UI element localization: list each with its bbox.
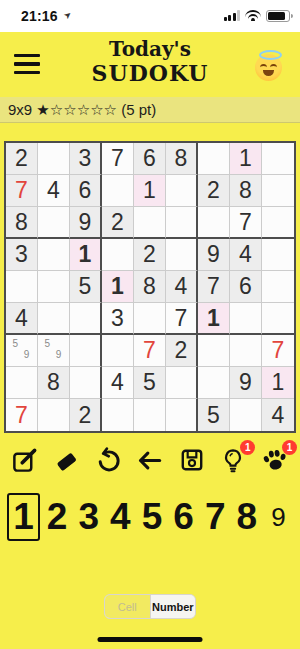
cell-r7c1[interactable]: 59 — [6, 335, 38, 367]
number-key-6[interactable]: 6 — [169, 494, 198, 540]
cell-r2c3[interactable]: 6 — [70, 175, 102, 207]
back-arrow-icon — [136, 447, 163, 474]
cell-r6c8[interactable] — [230, 303, 262, 335]
undo-button[interactable] — [93, 445, 123, 475]
cell-r2c8[interactable]: 8 — [230, 175, 262, 207]
cell-r2c4[interactable] — [102, 175, 134, 207]
cell-r2c6[interactable] — [166, 175, 198, 207]
compose-icon — [11, 447, 38, 474]
eraser-button[interactable] — [52, 445, 82, 475]
cell-r8c7[interactable] — [198, 367, 230, 399]
cell-r7c8[interactable] — [230, 335, 262, 367]
difficulty-bar: 9x9 ★☆☆☆☆☆ (5 pt) — [0, 97, 300, 123]
cell-r5c6[interactable]: 4 — [166, 271, 198, 303]
cell-r7c5[interactable]: 7 — [134, 335, 166, 367]
cell-r4c2[interactable] — [38, 239, 70, 271]
number-key-8[interactable]: 8 — [232, 494, 261, 540]
cell-r2c7[interactable]: 2 — [198, 175, 230, 207]
pencil-mark-5: 5 — [45, 339, 51, 349]
number-key-9[interactable]: 9 — [264, 494, 293, 540]
cell-r8c1[interactable] — [6, 367, 38, 399]
pencil-mark-9: 9 — [56, 350, 62, 360]
cellular-signal-icon — [224, 10, 241, 22]
compose-button[interactable] — [10, 445, 40, 475]
cell-r6c1[interactable]: 4 — [6, 303, 38, 335]
cell-r9c6[interactable] — [166, 399, 198, 431]
cell-r4c3[interactable]: 1 — [70, 239, 102, 271]
number-key-1[interactable]: 1 — [7, 493, 40, 541]
cell-r3c9[interactable] — [262, 207, 294, 239]
sudoku-grid: 2376817461288927312945184764371595972784… — [4, 141, 296, 433]
hint-badge: 1 — [240, 440, 255, 455]
cell-r5c8[interactable]: 6 — [230, 271, 262, 303]
cell-r3c4[interactable]: 2 — [102, 207, 134, 239]
cell-r4c4[interactable] — [102, 239, 134, 271]
eraser-icon — [53, 447, 80, 474]
cell-r4c9[interactable] — [262, 239, 294, 271]
cell-r7c6[interactable]: 2 — [166, 335, 198, 367]
cell-r9c7[interactable]: 5 — [198, 399, 230, 431]
cell-r8c9[interactable]: 1 — [262, 367, 294, 399]
cell-r2c5[interactable]: 1 — [134, 175, 166, 207]
cell-r7c2[interactable]: 59 — [38, 335, 70, 367]
cell-r3c8[interactable]: 7 — [230, 207, 262, 239]
wifi-icon — [245, 10, 261, 22]
status-bar: 21:16 ➤ — [0, 0, 300, 32]
home-indicator — [98, 637, 203, 642]
cell-r9c5[interactable] — [134, 399, 166, 431]
number-mode-segment[interactable]: Number — [150, 595, 196, 618]
status-time: 21:16 — [21, 8, 58, 24]
cell-r7c3[interactable] — [70, 335, 102, 367]
cell-r6c6[interactable]: 7 — [166, 303, 198, 335]
number-key-5[interactable]: 5 — [138, 494, 167, 540]
cell-r8c5[interactable]: 5 — [134, 367, 166, 399]
cell-r9c3[interactable]: 2 — [70, 399, 102, 431]
cell-r1c5[interactable]: 6 — [134, 143, 166, 175]
cell-r6c2[interactable] — [38, 303, 70, 335]
cell-mode-segment[interactable]: Cell — [105, 595, 150, 618]
cell-r7c4[interactable] — [102, 335, 134, 367]
cell-r2c1[interactable]: 7 — [6, 175, 38, 207]
paw-button[interactable]: 1 — [260, 445, 290, 475]
cell-r3c6[interactable] — [166, 207, 198, 239]
cell-r8c8[interactable]: 9 — [230, 367, 262, 399]
cell-r4c5[interactable]: 2 — [134, 239, 166, 271]
location-arrow-icon: ➤ — [62, 9, 74, 22]
cell-r8c4[interactable]: 4 — [102, 367, 134, 399]
save-button[interactable] — [177, 445, 207, 475]
cell-r6c5[interactable] — [134, 303, 166, 335]
cell-r3c3[interactable]: 9 — [70, 207, 102, 239]
mode-toggle: Cell Number — [104, 594, 196, 619]
cell-r4c6[interactable] — [166, 239, 198, 271]
status-icons — [224, 8, 291, 22]
cell-r1c9[interactable] — [262, 143, 294, 175]
cell-r7c7[interactable] — [198, 335, 230, 367]
toolbar: 1 1 — [0, 440, 300, 480]
pencil-mark-5: 5 — [13, 339, 19, 349]
battery-icon — [266, 10, 290, 22]
cell-r1c6[interactable]: 8 — [166, 143, 198, 175]
cell-r4c1[interactable]: 3 — [6, 239, 38, 271]
number-key-3[interactable]: 3 — [74, 494, 103, 540]
header: Today's SUDOKU — [0, 32, 300, 97]
cell-r4c8[interactable]: 4 — [230, 239, 262, 271]
back-button[interactable] — [135, 445, 165, 475]
cell-r6c3[interactable] — [70, 303, 102, 335]
cell-r8c6[interactable] — [166, 367, 198, 399]
cell-r2c9[interactable] — [262, 175, 294, 207]
cell-r8c2[interactable]: 8 — [38, 367, 70, 399]
cell-r9c9[interactable]: 4 — [262, 399, 294, 431]
hint-button[interactable]: 1 — [218, 445, 248, 475]
cell-r6c4[interactable]: 3 — [102, 303, 134, 335]
cell-r3c1[interactable]: 8 — [6, 207, 38, 239]
cell-r3c2[interactable] — [38, 207, 70, 239]
pencil-mark-9: 9 — [24, 350, 30, 360]
cell-r8c3[interactable] — [70, 367, 102, 399]
paw-badge: 1 — [282, 440, 297, 455]
cell-r3c5[interactable] — [134, 207, 166, 239]
cell-r5c3[interactable]: 5 — [70, 271, 102, 303]
cell-r9c4[interactable] — [102, 399, 134, 431]
cell-r4c7[interactable]: 9 — [198, 239, 230, 271]
cell-r5c5[interactable]: 8 — [134, 271, 166, 303]
cell-r5c1[interactable] — [6, 271, 38, 303]
angel-emoji-icon[interactable] — [254, 50, 284, 80]
app-screen: 21:16 ➤ Today's SUDOKU 9x9 ★☆☆☆☆☆ (5 pt)… — [0, 0, 300, 649]
cell-r1c7[interactable] — [198, 143, 230, 175]
cell-r6c9[interactable] — [262, 303, 294, 335]
save-icon — [179, 447, 205, 473]
number-key-7[interactable]: 7 — [201, 494, 230, 540]
cell-r1c8[interactable]: 1 — [230, 143, 262, 175]
cell-r7c9[interactable]: 7 — [262, 335, 294, 367]
cell-r1c3[interactable]: 3 — [70, 143, 102, 175]
cell-r2c2[interactable]: 4 — [38, 175, 70, 207]
cell-r1c1[interactable]: 2 — [6, 143, 38, 175]
number-bar: 123456789 — [0, 489, 300, 545]
cell-r9c2[interactable] — [38, 399, 70, 431]
cell-r9c1[interactable]: 7 — [6, 399, 38, 431]
cell-r5c2[interactable] — [38, 271, 70, 303]
undo-icon — [95, 447, 122, 474]
number-key-2[interactable]: 2 — [43, 494, 72, 540]
cell-r5c4[interactable]: 1 — [102, 271, 134, 303]
cell-r3c7[interactable] — [198, 207, 230, 239]
cell-r5c9[interactable] — [262, 271, 294, 303]
cell-r5c7[interactable]: 7 — [198, 271, 230, 303]
cell-r1c4[interactable]: 7 — [102, 143, 134, 175]
cell-r6c7[interactable]: 1 — [198, 303, 230, 335]
number-key-4[interactable]: 4 — [106, 494, 135, 540]
cell-r9c8[interactable] — [230, 399, 262, 431]
cell-r1c2[interactable] — [38, 143, 70, 175]
